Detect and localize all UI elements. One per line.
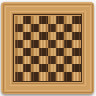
board-grid [15, 16, 81, 81]
board-square [39, 48, 47, 56]
board-square [48, 16, 56, 24]
board-square [48, 72, 56, 80]
board-square [48, 32, 56, 40]
board-square [48, 48, 56, 56]
board-square [64, 64, 72, 72]
board-square [56, 72, 64, 80]
board-square [72, 48, 80, 56]
board-square [56, 24, 64, 32]
board-square [72, 56, 80, 64]
board-square [48, 64, 56, 72]
board-square [56, 48, 64, 56]
board-square [23, 24, 31, 32]
board-square [48, 56, 56, 64]
board-square [72, 16, 80, 24]
board-square [64, 72, 72, 80]
board-square [23, 16, 31, 24]
board-square [31, 72, 39, 80]
board-square [56, 32, 64, 40]
board-square [64, 16, 72, 24]
board-square [31, 40, 39, 48]
board-square [48, 40, 56, 48]
board-frame-right-rail [81, 2, 94, 94]
board-square [15, 32, 23, 40]
board-frame-bottom-rail [1, 81, 94, 94]
board-square [15, 56, 23, 64]
board-square [64, 48, 72, 56]
board-square [56, 64, 64, 72]
board-square [72, 72, 80, 80]
board-square [23, 56, 31, 64]
board-square [15, 48, 23, 56]
board-square [72, 24, 80, 32]
board-square [23, 64, 31, 72]
board-square [15, 64, 23, 72]
board-square [31, 16, 39, 24]
board-square [39, 24, 47, 32]
board-square [64, 24, 72, 32]
board-square [15, 72, 23, 80]
board-square [56, 40, 64, 48]
board-square [72, 64, 80, 72]
board-frame-top-rail [1, 2, 94, 15]
board-square [31, 24, 39, 32]
board-square [23, 32, 31, 40]
board-square [56, 56, 64, 64]
board-square [31, 48, 39, 56]
board-square [31, 64, 39, 72]
board-square [72, 40, 80, 48]
board-square [64, 32, 72, 40]
board-square [15, 40, 23, 48]
board-square [39, 72, 47, 80]
board-square [39, 40, 47, 48]
photo-background [0, 0, 96, 96]
board-frame-left-rail [1, 2, 14, 94]
board-square [15, 24, 23, 32]
board-square [39, 56, 47, 64]
board-square [64, 40, 72, 48]
board-square [31, 56, 39, 64]
board-square [39, 64, 47, 72]
board-square [31, 32, 39, 40]
board-square [23, 40, 31, 48]
board-square [64, 56, 72, 64]
board-square [48, 24, 56, 32]
board-square [15, 16, 23, 24]
board-square [23, 48, 31, 56]
board-square [39, 32, 47, 40]
board-square [23, 72, 31, 80]
board-square [56, 16, 64, 24]
board-square [39, 16, 47, 24]
board-square [72, 32, 80, 40]
chess-board [1, 2, 94, 94]
